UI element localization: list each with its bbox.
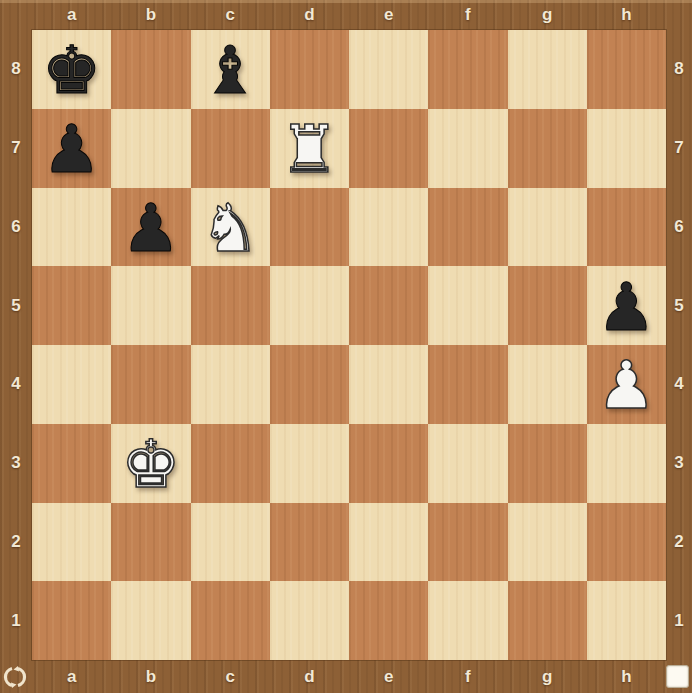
square-d5[interactable] [270, 266, 349, 345]
square-g3[interactable] [508, 424, 587, 503]
file-label-b: b [111, 660, 190, 693]
square-e4[interactable] [349, 345, 428, 424]
square-a8[interactable]: ♚ [32, 30, 111, 109]
square-h6[interactable] [587, 188, 666, 267]
file-labels-bottom: abcdefgh [32, 660, 666, 693]
square-e1[interactable] [349, 581, 428, 660]
rank-label-2: 2 [666, 503, 692, 582]
rank-labels-left: 87654321 [0, 30, 32, 660]
square-d8[interactable] [270, 30, 349, 109]
square-c3[interactable] [191, 424, 270, 503]
piece-white-rook-d7[interactable]: ♜ [280, 117, 339, 183]
piece-black-bishop-c8[interactable]: ♝ [201, 38, 260, 104]
piece-black-pawn-h5[interactable]: ♟ [597, 275, 656, 341]
square-f7[interactable] [428, 109, 507, 188]
rank-labels-right: 87654321 [666, 30, 692, 660]
square-g2[interactable] [508, 503, 587, 582]
file-label-c: c [191, 0, 270, 30]
rank-label-1: 1 [666, 581, 692, 660]
file-label-f: f [428, 0, 507, 30]
square-g4[interactable] [508, 345, 587, 424]
rank-label-7: 7 [0, 109, 32, 188]
square-c5[interactable] [191, 266, 270, 345]
chess-board-widget: abcdefgh 87654321 87654321 abcdefgh ♚♝♟♜… [0, 0, 692, 693]
square-f1[interactable] [428, 581, 507, 660]
rank-label-1: 1 [0, 581, 32, 660]
file-label-a: a [32, 660, 111, 693]
square-b7[interactable] [111, 109, 190, 188]
square-h8[interactable] [587, 30, 666, 109]
chess-board[interactable]: ♚♝♟♜♟♞♟♟♚ [32, 30, 666, 660]
square-e8[interactable] [349, 30, 428, 109]
square-g5[interactable] [508, 266, 587, 345]
square-a5[interactable] [32, 266, 111, 345]
file-label-d: d [270, 660, 349, 693]
rank-label-7: 7 [666, 109, 692, 188]
piece-black-pawn-a7[interactable]: ♟ [42, 117, 101, 183]
square-b4[interactable] [111, 345, 190, 424]
rank-label-3: 3 [0, 424, 32, 503]
file-label-h: h [587, 0, 666, 30]
square-c4[interactable] [191, 345, 270, 424]
file-label-e: e [349, 660, 428, 693]
square-b5[interactable] [111, 266, 190, 345]
square-b6[interactable]: ♟ [111, 188, 190, 267]
square-b2[interactable] [111, 503, 190, 582]
square-f8[interactable] [428, 30, 507, 109]
square-a7[interactable]: ♟ [32, 109, 111, 188]
square-f3[interactable] [428, 424, 507, 503]
square-f2[interactable] [428, 503, 507, 582]
square-c1[interactable] [191, 581, 270, 660]
square-a6[interactable] [32, 188, 111, 267]
square-e5[interactable] [349, 266, 428, 345]
square-e3[interactable] [349, 424, 428, 503]
square-d4[interactable] [270, 345, 349, 424]
rank-label-6: 6 [0, 188, 32, 267]
square-c8[interactable]: ♝ [191, 30, 270, 109]
file-labels-top: abcdefgh [32, 0, 666, 30]
square-h1[interactable] [587, 581, 666, 660]
rank-label-5: 5 [666, 266, 692, 345]
file-label-d: d [270, 0, 349, 30]
file-label-b: b [111, 0, 190, 30]
square-f5[interactable] [428, 266, 507, 345]
square-d2[interactable] [270, 503, 349, 582]
file-label-h: h [587, 660, 666, 693]
square-h2[interactable] [587, 503, 666, 582]
file-label-g: g [508, 660, 587, 693]
square-h5[interactable]: ♟ [587, 266, 666, 345]
rank-label-2: 2 [0, 503, 32, 582]
file-label-g: g [508, 0, 587, 30]
square-e6[interactable] [349, 188, 428, 267]
square-f4[interactable] [428, 345, 507, 424]
rank-label-6: 6 [666, 188, 692, 267]
square-c7[interactable] [191, 109, 270, 188]
white-to-move-indicator [666, 665, 689, 688]
square-d3[interactable] [270, 424, 349, 503]
flip-board-button[interactable] [0, 660, 30, 693]
rank-label-5: 5 [0, 266, 32, 345]
square-a4[interactable] [32, 345, 111, 424]
rank-label-3: 3 [666, 424, 692, 503]
square-a3[interactable] [32, 424, 111, 503]
square-h3[interactable] [587, 424, 666, 503]
flip-board-icon [3, 665, 27, 689]
file-label-c: c [191, 660, 270, 693]
square-e2[interactable] [349, 503, 428, 582]
square-c6[interactable]: ♞ [191, 188, 270, 267]
square-g6[interactable] [508, 188, 587, 267]
square-g7[interactable] [508, 109, 587, 188]
square-e7[interactable] [349, 109, 428, 188]
square-b1[interactable] [111, 581, 190, 660]
square-b8[interactable] [111, 30, 190, 109]
side-to-move-corner [662, 660, 692, 693]
piece-white-knight-c6[interactable]: ♞ [201, 196, 260, 262]
square-f6[interactable] [428, 188, 507, 267]
rank-label-4: 4 [0, 345, 32, 424]
square-h7[interactable] [587, 109, 666, 188]
square-g1[interactable] [508, 581, 587, 660]
square-d6[interactable] [270, 188, 349, 267]
file-label-f: f [428, 660, 507, 693]
rank-label-4: 4 [666, 345, 692, 424]
square-d7[interactable]: ♜ [270, 109, 349, 188]
square-h4[interactable]: ♟ [587, 345, 666, 424]
rank-label-8: 8 [0, 30, 32, 109]
square-g8[interactable] [508, 30, 587, 109]
file-label-a: a [32, 0, 111, 30]
square-d1[interactable] [270, 581, 349, 660]
file-label-e: e [349, 0, 428, 30]
square-b3[interactable]: ♚ [111, 424, 190, 503]
rank-label-8: 8 [666, 30, 692, 109]
square-c2[interactable] [191, 503, 270, 582]
piece-white-pawn-h4[interactable]: ♟ [597, 353, 656, 419]
piece-black-king-a8[interactable]: ♚ [42, 38, 101, 104]
square-a2[interactable] [32, 503, 111, 582]
piece-black-pawn-b6[interactable]: ♟ [121, 196, 180, 262]
square-a1[interactable] [32, 581, 111, 660]
piece-white-king-b3[interactable]: ♚ [121, 432, 180, 498]
